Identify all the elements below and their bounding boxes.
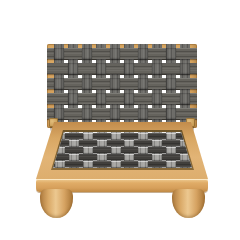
weave-strap (152, 93, 162, 104)
weave-strap (166, 147, 176, 153)
product-photo (0, 0, 240, 240)
weave-hole (162, 89, 166, 93)
weave-hole (106, 89, 110, 93)
weave-strap (82, 78, 92, 89)
weave-strap (82, 48, 92, 59)
weave-strap (138, 108, 148, 119)
weave-hole (134, 104, 138, 108)
weave-hole (106, 104, 110, 108)
weave-hole (176, 74, 180, 78)
weave-hole (78, 89, 82, 93)
weave-hole (92, 104, 96, 108)
weave-hole (64, 74, 68, 78)
weave-hole (148, 74, 152, 78)
weave-strap (54, 78, 64, 89)
weave-strap (166, 78, 176, 89)
weave-strap (55, 161, 65, 167)
backrest-weave (47, 44, 197, 128)
weave-strap (83, 147, 93, 153)
weave-strap (96, 93, 106, 104)
weave-strap (111, 147, 121, 153)
weave-hole (92, 59, 96, 63)
weave-hole (64, 89, 68, 93)
weave-hole (120, 89, 124, 93)
weave-strap (54, 48, 64, 59)
weave-strap (69, 140, 79, 146)
weave-hole (162, 74, 166, 78)
weave-strap (166, 161, 176, 167)
weave-hole (64, 104, 68, 108)
weave-strap (138, 78, 148, 89)
weave-strap (110, 108, 120, 119)
weave-strap (138, 48, 148, 59)
weave-strap (166, 133, 176, 139)
weave-strap (97, 154, 107, 160)
weave-strap (124, 93, 134, 104)
weave-strap (152, 140, 162, 146)
weave-strap (69, 154, 79, 160)
weave-hole (148, 104, 152, 108)
weave-strap (152, 154, 162, 160)
weave-hole (78, 59, 82, 63)
weave-hole (162, 104, 166, 108)
weave-strap (166, 48, 176, 59)
weave-hole (176, 89, 180, 93)
weave-strap (83, 133, 93, 139)
weave-strap (124, 154, 134, 160)
weave-strap (138, 161, 148, 167)
weave-strap (111, 133, 121, 139)
weave-strap (110, 78, 120, 89)
weave-strap (124, 63, 134, 74)
weave-strap (97, 140, 107, 146)
weave-strap (68, 93, 78, 104)
weave-hole (120, 59, 124, 63)
weave-strap (96, 63, 106, 74)
weave-hole (92, 74, 96, 78)
weave-strap (138, 133, 148, 139)
weave-strap (110, 48, 120, 59)
weave-hole (134, 74, 138, 78)
weave-hole (176, 59, 180, 63)
weave-hole (78, 74, 82, 78)
weave-strap (83, 161, 93, 167)
weave-strap (152, 63, 162, 74)
weave-strap (111, 161, 121, 167)
weave-hole (78, 104, 82, 108)
weave-hole (106, 59, 110, 63)
weave-hole (134, 89, 138, 93)
backrest-panel (47, 44, 197, 128)
weave-strap (180, 63, 190, 74)
weave-hole (92, 89, 96, 93)
seat-weave-board (53, 132, 192, 168)
front-leg-left (40, 189, 73, 218)
weave-hole (64, 59, 68, 63)
weave-strap (68, 63, 78, 74)
weave-hole (106, 74, 110, 78)
weave-strap (138, 147, 148, 153)
weave-hole (120, 104, 124, 108)
weave-hole (162, 59, 166, 63)
weave-strap (180, 93, 190, 104)
weave-hole (148, 59, 152, 63)
weave-hole (120, 74, 124, 78)
weave-hole (176, 104, 180, 108)
weave-strap (124, 140, 134, 146)
weave-hole (134, 59, 138, 63)
weave-strap (166, 108, 176, 119)
weave-strap (82, 108, 92, 119)
weave-hole (148, 89, 152, 93)
front-leg-right (172, 189, 205, 218)
